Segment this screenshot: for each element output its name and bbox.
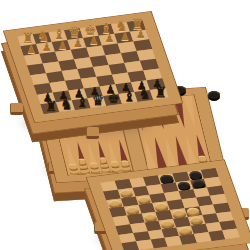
chess-board-foot [10,103,23,115]
chess-board-foot [86,127,99,139]
checkers-grid [100,168,240,250]
chess-square: ♜ [150,88,169,100]
chess-piece-black-r: ♜ [153,85,169,99]
black-checker-on-rail [208,91,220,99]
checkers-board-scene [82,156,250,250]
checkers-square [222,229,239,239]
product-photo: ♜♞♝♛♚♝♞♜♟♟♟♟♟♟♟♟♟♟♟♟♟♟♟♟♜♞♝♛♚♝♞♜ [0,0,250,250]
chess-board-surface: ♜♞♝♛♚♝♞♜♟♟♟♟♟♟♟♟♟♟♟♟♟♟♟♟♜♞♝♛♚♝♞♜ [4,12,182,122]
chess-grid: ♜♞♝♛♚♝♞♜♟♟♟♟♟♟♟♟♟♟♟♟♟♟♟♟♜♞♝♛♚♝♞♜ [17,20,169,114]
checkers-board-surface [87,160,250,250]
chess-board-scene: ♜♞♝♛♚♝♞♜♟♟♟♟♟♟♟♟♟♟♟♟♟♟♟♟♜♞♝♛♚♝♞♜ [0,0,190,150]
